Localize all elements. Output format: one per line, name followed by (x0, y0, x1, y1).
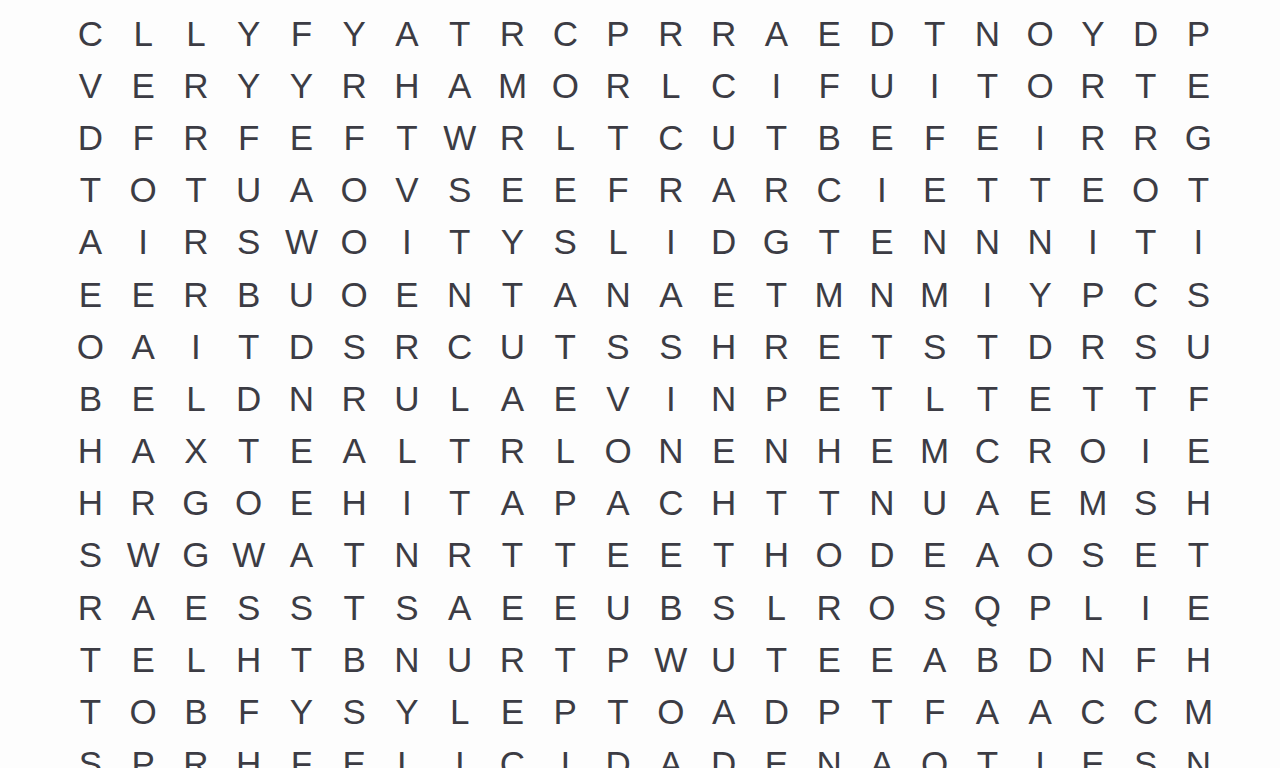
grid-cell-r15c14[interactable]: E (750, 738, 803, 768)
grid-cell-r12c3[interactable]: E (170, 581, 223, 633)
grid-cell-r7c4[interactable]: T (222, 320, 275, 372)
grid-cell-r2c1[interactable]: V (64, 59, 117, 111)
grid-cell-r4c16[interactable]: I (855, 164, 908, 216)
grid-cell-r9c16[interactable]: E (855, 425, 908, 477)
grid-cell-r13c5[interactable]: T (275, 633, 328, 685)
grid-cell-r5c14[interactable]: G (750, 216, 803, 268)
grid-cell-r2c10[interactable]: O (539, 59, 592, 111)
grid-cell-r8c5[interactable]: N (275, 372, 328, 424)
grid-cell-r10c18[interactable]: A (961, 477, 1014, 529)
grid-cell-r13c7[interactable]: N (381, 633, 434, 685)
grid-cell-r3c9[interactable]: R (486, 111, 539, 163)
grid-cell-r3c22[interactable]: G (1172, 111, 1225, 163)
grid-cell-r10c5[interactable]: E (275, 477, 328, 529)
grid-cell-r7c20[interactable]: R (1067, 320, 1120, 372)
grid-cell-r2c2[interactable]: E (117, 59, 170, 111)
grid-cell-r9c7[interactable]: L (381, 425, 434, 477)
grid-cell-r4c22[interactable]: T (1172, 164, 1225, 216)
grid-cell-r5c17[interactable]: N (908, 216, 961, 268)
grid-cell-r9c5[interactable]: E (275, 425, 328, 477)
grid-cell-r8c22[interactable]: F (1172, 372, 1225, 424)
grid-cell-r7c3[interactable]: I (170, 320, 223, 372)
grid-cell-r11c15[interactable]: O (803, 529, 856, 581)
grid-cell-r5c18[interactable]: N (961, 216, 1014, 268)
grid-cell-r10c8[interactable]: T (433, 477, 486, 529)
grid-cell-r11c7[interactable]: N (381, 529, 434, 581)
grid-cell-r7c7[interactable]: R (381, 320, 434, 372)
grid-cell-r13c10[interactable]: T (539, 633, 592, 685)
grid-cell-r4c19[interactable]: T (1014, 164, 1067, 216)
grid-cell-r9c20[interactable]: O (1067, 425, 1120, 477)
grid-cell-r5c15[interactable]: T (803, 216, 856, 268)
grid-cell-r12c12[interactable]: B (644, 581, 697, 633)
grid-cell-r1c13[interactable]: R (697, 7, 750, 59)
grid-cell-r15c17[interactable]: O (908, 738, 961, 768)
grid-cell-r14c17[interactable]: F (908, 685, 961, 737)
grid-cell-r12c1[interactable]: R (64, 581, 117, 633)
grid-cell-r13c18[interactable]: B (961, 633, 1014, 685)
grid-cell-r8c11[interactable]: V (592, 372, 645, 424)
grid-cell-r5c16[interactable]: E (855, 216, 908, 268)
grid-cell-r8c10[interactable]: E (539, 372, 592, 424)
grid-cell-r2c19[interactable]: O (1014, 59, 1067, 111)
grid-cell-r5c4[interactable]: S (222, 216, 275, 268)
grid-cell-r2c11[interactable]: R (592, 59, 645, 111)
grid-cell-r2c9[interactable]: M (486, 59, 539, 111)
grid-cell-r15c5[interactable]: F (275, 738, 328, 768)
grid-cell-r6c15[interactable]: M (803, 268, 856, 320)
grid-cell-r8c2[interactable]: E (117, 372, 170, 424)
grid-cell-r9c13[interactable]: E (697, 425, 750, 477)
grid-cell-r7c10[interactable]: T (539, 320, 592, 372)
grid-cell-r1c17[interactable]: T (908, 7, 961, 59)
grid-cell-r14c18[interactable]: A (961, 685, 1014, 737)
grid-cell-r15c1[interactable]: S (64, 738, 117, 768)
grid-cell-r13c14[interactable]: T (750, 633, 803, 685)
grid-cell-r14c3[interactable]: B (170, 685, 223, 737)
grid-cell-r14c13[interactable]: A (697, 685, 750, 737)
grid-cell-r3c13[interactable]: U (697, 111, 750, 163)
grid-cell-r6c3[interactable]: R (170, 268, 223, 320)
grid-cell-r8c9[interactable]: A (486, 372, 539, 424)
grid-cell-r14c16[interactable]: T (855, 685, 908, 737)
grid-cell-r2c15[interactable]: F (803, 59, 856, 111)
grid-cell-r7c6[interactable]: S (328, 320, 381, 372)
grid-cell-r7c21[interactable]: S (1119, 320, 1172, 372)
grid-cell-r10c15[interactable]: T (803, 477, 856, 529)
grid-cell-r6c4[interactable]: B (222, 268, 275, 320)
grid-cell-r2c3[interactable]: R (170, 59, 223, 111)
grid-cell-r9c17[interactable]: M (908, 425, 961, 477)
grid-cell-r3c10[interactable]: L (539, 111, 592, 163)
grid-cell-r5c20[interactable]: I (1067, 216, 1120, 268)
grid-cell-r7c18[interactable]: T (961, 320, 1014, 372)
grid-cell-r14c22[interactable]: M (1172, 685, 1225, 737)
grid-cell-r15c12[interactable]: A (644, 738, 697, 768)
grid-cell-r15c9[interactable]: C (486, 738, 539, 768)
grid-cell-r9c3[interactable]: X (170, 425, 223, 477)
grid-cell-r10c3[interactable]: G (170, 477, 223, 529)
grid-cell-r5c19[interactable]: N (1014, 216, 1067, 268)
grid-cell-r3c14[interactable]: T (750, 111, 803, 163)
grid-cell-r10c2[interactable]: R (117, 477, 170, 529)
grid-cell-r1c14[interactable]: A (750, 7, 803, 59)
grid-cell-r3c2[interactable]: F (117, 111, 170, 163)
grid-cell-r11c16[interactable]: D (855, 529, 908, 581)
grid-cell-r12c16[interactable]: O (855, 581, 908, 633)
grid-cell-r11c8[interactable]: R (433, 529, 486, 581)
grid-cell-r15c3[interactable]: R (170, 738, 223, 768)
grid-cell-r8c18[interactable]: T (961, 372, 1014, 424)
grid-cell-r3c4[interactable]: F (222, 111, 275, 163)
grid-cell-r11c21[interactable]: E (1119, 529, 1172, 581)
grid-cell-r13c20[interactable]: N (1067, 633, 1120, 685)
grid-cell-r6c12[interactable]: A (644, 268, 697, 320)
grid-cell-r14c19[interactable]: A (1014, 685, 1067, 737)
grid-cell-r11c18[interactable]: A (961, 529, 1014, 581)
grid-cell-r11c6[interactable]: T (328, 529, 381, 581)
grid-cell-r13c2[interactable]: E (117, 633, 170, 685)
grid-cell-r15c18[interactable]: T (961, 738, 1014, 768)
grid-cell-r8c1[interactable]: B (64, 372, 117, 424)
grid-cell-r11c12[interactable]: E (644, 529, 697, 581)
grid-cell-r8c16[interactable]: T (855, 372, 908, 424)
grid-cell-r14c1[interactable]: T (64, 685, 117, 737)
grid-cell-r13c22[interactable]: H (1172, 633, 1225, 685)
grid-cell-r15c22[interactable]: N (1172, 738, 1225, 768)
grid-cell-r8c4[interactable]: D (222, 372, 275, 424)
grid-cell-r12c7[interactable]: S (381, 581, 434, 633)
grid-cell-r7c19[interactable]: D (1014, 320, 1067, 372)
grid-cell-r1c2[interactable]: L (117, 7, 170, 59)
grid-cell-r9c18[interactable]: C (961, 425, 1014, 477)
grid-cell-r1c16[interactable]: D (855, 7, 908, 59)
grid-cell-r2c14[interactable]: I (750, 59, 803, 111)
grid-cell-r12c18[interactable]: Q (961, 581, 1014, 633)
grid-cell-r8c7[interactable]: U (381, 372, 434, 424)
grid-cell-r15c6[interactable]: E (328, 738, 381, 768)
grid-cell-r11c3[interactable]: G (170, 529, 223, 581)
grid-cell-r2c12[interactable]: L (644, 59, 697, 111)
grid-cell-r6c20[interactable]: P (1067, 268, 1120, 320)
grid-cell-r2c7[interactable]: H (381, 59, 434, 111)
grid-cell-r12c6[interactable]: T (328, 581, 381, 633)
grid-cell-r10c9[interactable]: A (486, 477, 539, 529)
grid-cell-r1c8[interactable]: T (433, 7, 486, 59)
grid-cell-r11c19[interactable]: O (1014, 529, 1067, 581)
grid-cell-r10c1[interactable]: H (64, 477, 117, 529)
grid-cell-r3c18[interactable]: E (961, 111, 1014, 163)
grid-cell-r1c10[interactable]: C (539, 7, 592, 59)
grid-cell-r6c21[interactable]: C (1119, 268, 1172, 320)
grid-cell-r11c17[interactable]: E (908, 529, 961, 581)
grid-cell-r3c1[interactable]: D (64, 111, 117, 163)
grid-cell-r12c19[interactable]: P (1014, 581, 1067, 633)
grid-cell-r1c22[interactable]: P (1172, 7, 1225, 59)
grid-cell-r14c12[interactable]: O (644, 685, 697, 737)
grid-cell-r4c17[interactable]: E (908, 164, 961, 216)
grid-cell-r2c6[interactable]: R (328, 59, 381, 111)
grid-cell-r13c16[interactable]: E (855, 633, 908, 685)
grid-cell-r1c20[interactable]: Y (1067, 7, 1120, 59)
grid-cell-r6c18[interactable]: I (961, 268, 1014, 320)
grid-cell-r6c10[interactable]: A (539, 268, 592, 320)
grid-cell-r10c12[interactable]: C (644, 477, 697, 529)
grid-cell-r14c5[interactable]: Y (275, 685, 328, 737)
grid-cell-r4c18[interactable]: T (961, 164, 1014, 216)
grid-cell-r12c14[interactable]: L (750, 581, 803, 633)
grid-cell-r14c2[interactable]: O (117, 685, 170, 737)
grid-cell-r11c10[interactable]: T (539, 529, 592, 581)
grid-cell-r11c4[interactable]: W (222, 529, 275, 581)
grid-cell-r8c8[interactable]: L (433, 372, 486, 424)
grid-cell-r14c4[interactable]: F (222, 685, 275, 737)
grid-cell-r5c10[interactable]: S (539, 216, 592, 268)
grid-cell-r9c19[interactable]: R (1014, 425, 1067, 477)
grid-cell-r3c11[interactable]: T (592, 111, 645, 163)
grid-cell-r1c19[interactable]: O (1014, 7, 1067, 59)
grid-cell-r5c1[interactable]: A (64, 216, 117, 268)
grid-cell-r5c2[interactable]: I (117, 216, 170, 268)
grid-cell-r3c17[interactable]: F (908, 111, 961, 163)
grid-cell-r4c4[interactable]: U (222, 164, 275, 216)
grid-cell-r3c5[interactable]: E (275, 111, 328, 163)
grid-cell-r4c20[interactable]: E (1067, 164, 1120, 216)
grid-cell-r10c22[interactable]: H (1172, 477, 1225, 529)
grid-cell-r10c6[interactable]: H (328, 477, 381, 529)
grid-cell-r13c4[interactable]: H (222, 633, 275, 685)
grid-cell-r3c21[interactable]: R (1119, 111, 1172, 163)
grid-cell-r4c1[interactable]: T (64, 164, 117, 216)
grid-cell-r13c12[interactable]: W (644, 633, 697, 685)
grid-cell-r9c12[interactable]: N (644, 425, 697, 477)
grid-cell-r11c20[interactable]: S (1067, 529, 1120, 581)
grid-cell-r5c6[interactable]: O (328, 216, 381, 268)
grid-cell-r5c5[interactable]: W (275, 216, 328, 268)
grid-cell-r12c17[interactable]: S (908, 581, 961, 633)
grid-cell-r8c17[interactable]: L (908, 372, 961, 424)
grid-cell-r7c9[interactable]: U (486, 320, 539, 372)
grid-cell-r6c19[interactable]: Y (1014, 268, 1067, 320)
grid-cell-r11c5[interactable]: A (275, 529, 328, 581)
grid-cell-r3c19[interactable]: I (1014, 111, 1067, 163)
grid-cell-r15c4[interactable]: H (222, 738, 275, 768)
grid-cell-r10c17[interactable]: U (908, 477, 961, 529)
grid-cell-r14c6[interactable]: S (328, 685, 381, 737)
grid-cell-r3c15[interactable]: B (803, 111, 856, 163)
grid-cell-r6c5[interactable]: U (275, 268, 328, 320)
grid-cell-r6c11[interactable]: N (592, 268, 645, 320)
grid-cell-r5c13[interactable]: D (697, 216, 750, 268)
grid-cell-r13c8[interactable]: U (433, 633, 486, 685)
grid-cell-r12c21[interactable]: I (1119, 581, 1172, 633)
grid-cell-r5c11[interactable]: L (592, 216, 645, 268)
grid-cell-r2c4[interactable]: Y (222, 59, 275, 111)
grid-cell-r2c8[interactable]: A (433, 59, 486, 111)
grid-cell-r3c7[interactable]: T (381, 111, 434, 163)
grid-cell-r10c16[interactable]: N (855, 477, 908, 529)
grid-cell-r5c9[interactable]: Y (486, 216, 539, 268)
grid-cell-r13c13[interactable]: U (697, 633, 750, 685)
grid-cell-r9c1[interactable]: H (64, 425, 117, 477)
grid-cell-r2c5[interactable]: Y (275, 59, 328, 111)
grid-cell-r14c10[interactable]: P (539, 685, 592, 737)
grid-cell-r3c3[interactable]: R (170, 111, 223, 163)
grid-cell-r9c14[interactable]: N (750, 425, 803, 477)
grid-cell-r1c9[interactable]: R (486, 7, 539, 59)
grid-cell-r9c10[interactable]: L (539, 425, 592, 477)
grid-cell-r15c20[interactable]: E (1067, 738, 1120, 768)
grid-cell-r1c7[interactable]: A (381, 7, 434, 59)
grid-cell-r14c7[interactable]: Y (381, 685, 434, 737)
grid-cell-r15c7[interactable]: L (381, 738, 434, 768)
grid-cell-r12c13[interactable]: S (697, 581, 750, 633)
grid-cell-r10c11[interactable]: A (592, 477, 645, 529)
grid-cell-r10c13[interactable]: H (697, 477, 750, 529)
grid-cell-r6c9[interactable]: T (486, 268, 539, 320)
grid-cell-r4c6[interactable]: O (328, 164, 381, 216)
grid-cell-r3c12[interactable]: C (644, 111, 697, 163)
grid-cell-r5c3[interactable]: R (170, 216, 223, 268)
grid-cell-r10c19[interactable]: E (1014, 477, 1067, 529)
grid-cell-r4c2[interactable]: O (117, 164, 170, 216)
grid-cell-r7c2[interactable]: A (117, 320, 170, 372)
grid-cell-r9c21[interactable]: I (1119, 425, 1172, 477)
grid-cell-r1c1[interactable]: C (64, 7, 117, 59)
grid-cell-r11c11[interactable]: E (592, 529, 645, 581)
grid-cell-r13c15[interactable]: E (803, 633, 856, 685)
grid-cell-r11c2[interactable]: W (117, 529, 170, 581)
grid-cell-r8c12[interactable]: I (644, 372, 697, 424)
grid-cell-r15c21[interactable]: S (1119, 738, 1172, 768)
grid-cell-r7c1[interactable]: O (64, 320, 117, 372)
grid-cell-r6c1[interactable]: E (64, 268, 117, 320)
grid-cell-r5c7[interactable]: I (381, 216, 434, 268)
grid-cell-r1c11[interactable]: P (592, 7, 645, 59)
grid-cell-r1c5[interactable]: F (275, 7, 328, 59)
grid-cell-r13c19[interactable]: D (1014, 633, 1067, 685)
grid-cell-r1c6[interactable]: Y (328, 7, 381, 59)
grid-cell-r7c13[interactable]: H (697, 320, 750, 372)
grid-cell-r4c21[interactable]: O (1119, 164, 1172, 216)
grid-cell-r2c20[interactable]: R (1067, 59, 1120, 111)
grid-cell-r12c10[interactable]: E (539, 581, 592, 633)
grid-cell-r6c8[interactable]: N (433, 268, 486, 320)
grid-cell-r2c13[interactable]: C (697, 59, 750, 111)
grid-cell-r15c11[interactable]: D (592, 738, 645, 768)
grid-cell-r15c10[interactable]: I (539, 738, 592, 768)
grid-cell-r15c13[interactable]: D (697, 738, 750, 768)
grid-cell-r1c18[interactable]: N (961, 7, 1014, 59)
grid-cell-r4c15[interactable]: C (803, 164, 856, 216)
grid-cell-r8c13[interactable]: N (697, 372, 750, 424)
grid-cell-r13c11[interactable]: P (592, 633, 645, 685)
grid-cell-r9c22[interactable]: E (1172, 425, 1225, 477)
grid-cell-r3c20[interactable]: R (1067, 111, 1120, 163)
grid-cell-r9c8[interactable]: T (433, 425, 486, 477)
grid-cell-r13c21[interactable]: F (1119, 633, 1172, 685)
grid-cell-r11c13[interactable]: T (697, 529, 750, 581)
grid-cell-r1c12[interactable]: R (644, 7, 697, 59)
grid-cell-r4c14[interactable]: R (750, 164, 803, 216)
grid-cell-r6c22[interactable]: S (1172, 268, 1225, 320)
grid-cell-r12c22[interactable]: E (1172, 581, 1225, 633)
grid-cell-r7c15[interactable]: E (803, 320, 856, 372)
grid-cell-r13c3[interactable]: L (170, 633, 223, 685)
grid-cell-r5c21[interactable]: T (1119, 216, 1172, 268)
grid-cell-r4c11[interactable]: F (592, 164, 645, 216)
grid-cell-r10c14[interactable]: T (750, 477, 803, 529)
grid-cell-r1c21[interactable]: D (1119, 7, 1172, 59)
grid-cell-r6c2[interactable]: E (117, 268, 170, 320)
grid-cell-r8c19[interactable]: E (1014, 372, 1067, 424)
grid-cell-r6c6[interactable]: O (328, 268, 381, 320)
grid-cell-r1c4[interactable]: Y (222, 7, 275, 59)
grid-cell-r1c3[interactable]: L (170, 7, 223, 59)
grid-cell-r15c16[interactable]: A (855, 738, 908, 768)
grid-cell-r2c21[interactable]: T (1119, 59, 1172, 111)
grid-cell-r9c4[interactable]: T (222, 425, 275, 477)
grid-cell-r2c22[interactable]: E (1172, 59, 1225, 111)
grid-cell-r2c18[interactable]: T (961, 59, 1014, 111)
grid-cell-r9c9[interactable]: R (486, 425, 539, 477)
grid-cell-r9c15[interactable]: H (803, 425, 856, 477)
grid-cell-r7c11[interactable]: S (592, 320, 645, 372)
grid-cell-r6c14[interactable]: T (750, 268, 803, 320)
grid-cell-r11c9[interactable]: T (486, 529, 539, 581)
grid-cell-r7c22[interactable]: U (1172, 320, 1225, 372)
grid-cell-r10c10[interactable]: P (539, 477, 592, 529)
grid-cell-r6c17[interactable]: M (908, 268, 961, 320)
grid-cell-r9c2[interactable]: A (117, 425, 170, 477)
grid-cell-r8c21[interactable]: T (1119, 372, 1172, 424)
grid-cell-r7c12[interactable]: S (644, 320, 697, 372)
grid-cell-r4c7[interactable]: V (381, 164, 434, 216)
grid-cell-r4c10[interactable]: E (539, 164, 592, 216)
grid-cell-r12c4[interactable]: S (222, 581, 275, 633)
grid-cell-r6c13[interactable]: E (697, 268, 750, 320)
grid-cell-r10c21[interactable]: S (1119, 477, 1172, 529)
grid-cell-r2c16[interactable]: U (855, 59, 908, 111)
grid-cell-r8c3[interactable]: L (170, 372, 223, 424)
grid-cell-r15c19[interactable]: I (1014, 738, 1067, 768)
grid-cell-r12c11[interactable]: U (592, 581, 645, 633)
grid-cell-r15c2[interactable]: P (117, 738, 170, 768)
grid-cell-r15c15[interactable]: N (803, 738, 856, 768)
grid-cell-r6c16[interactable]: N (855, 268, 908, 320)
grid-cell-r4c8[interactable]: S (433, 164, 486, 216)
grid-cell-r12c2[interactable]: A (117, 581, 170, 633)
grid-cell-r4c13[interactable]: A (697, 164, 750, 216)
grid-cell-r14c21[interactable]: C (1119, 685, 1172, 737)
grid-cell-r11c14[interactable]: H (750, 529, 803, 581)
grid-cell-r8c15[interactable]: E (803, 372, 856, 424)
grid-cell-r12c20[interactable]: L (1067, 581, 1120, 633)
grid-cell-r3c6[interactable]: F (328, 111, 381, 163)
grid-cell-r13c17[interactable]: A (908, 633, 961, 685)
grid-cell-r4c12[interactable]: R (644, 164, 697, 216)
grid-cell-r12c8[interactable]: A (433, 581, 486, 633)
grid-cell-r13c9[interactable]: R (486, 633, 539, 685)
grid-cell-r11c1[interactable]: S (64, 529, 117, 581)
grid-cell-r3c16[interactable]: E (855, 111, 908, 163)
grid-cell-r8c20[interactable]: T (1067, 372, 1120, 424)
grid-cell-r14c8[interactable]: L (433, 685, 486, 737)
grid-cell-r5c22[interactable]: I (1172, 216, 1225, 268)
grid-cell-r13c1[interactable]: T (64, 633, 117, 685)
grid-cell-r11c22[interactable]: T (1172, 529, 1225, 581)
grid-cell-r3c8[interactable]: W (433, 111, 486, 163)
